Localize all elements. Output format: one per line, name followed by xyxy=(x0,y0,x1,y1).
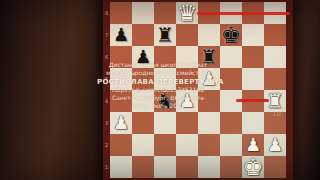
square-a3[interactable]: ♟ xyxy=(110,112,132,134)
square-h6[interactable] xyxy=(264,46,286,68)
piece-white-pawn-h2[interactable]: ♟ xyxy=(267,136,283,154)
square-g6[interactable] xyxy=(242,46,264,68)
square-c7[interactable]: ♜ xyxy=(154,24,176,46)
square-b7[interactable] xyxy=(132,24,154,46)
rank-label-6: 6 xyxy=(104,54,109,60)
square-c5[interactable] xyxy=(154,68,176,90)
square-h1[interactable] xyxy=(264,156,286,178)
red-arrow-f4-to-h4 xyxy=(236,99,269,102)
square-f2[interactable] xyxy=(220,134,242,156)
square-f5[interactable] xyxy=(220,68,242,90)
rank-label-7: 7 xyxy=(104,32,109,38)
square-e4[interactable] xyxy=(198,90,220,112)
square-e7[interactable] xyxy=(198,24,220,46)
square-c2[interactable] xyxy=(154,134,176,156)
rank-label-5: 5 xyxy=(104,76,109,82)
square-a6[interactable] xyxy=(110,46,132,68)
square-d4[interactable]: ♟ xyxy=(176,90,198,112)
file-label-f: f xyxy=(220,179,242,180)
square-a2[interactable] xyxy=(110,134,132,156)
file-label-a: a xyxy=(110,179,132,180)
square-b1[interactable] xyxy=(132,156,154,178)
square-b8[interactable] xyxy=(132,2,154,24)
piece-white-pawn-e5[interactable]: ♟ xyxy=(201,70,217,88)
rank-label-3: 3 xyxy=(104,120,109,126)
square-g1[interactable]: ♚ xyxy=(242,156,264,178)
piece-black-pawn-b6[interactable]: ♟ xyxy=(135,48,151,66)
square-e3[interactable] xyxy=(198,112,220,134)
square-a1[interactable] xyxy=(110,156,132,178)
square-h2[interactable]: ♟ xyxy=(264,134,286,156)
square-d1[interactable] xyxy=(176,156,198,178)
file-label-d: d xyxy=(176,179,198,180)
piece-black-king-f7[interactable]: ♚ xyxy=(221,24,242,47)
piece-white-pawn-g2[interactable]: ♟ xyxy=(245,136,261,154)
square-d8[interactable]: ♛ xyxy=(176,2,198,24)
rank-label-4: 4 xyxy=(104,98,109,104)
piece-white-pawn-d4[interactable]: ♟ xyxy=(179,92,195,110)
square-c3[interactable] xyxy=(154,112,176,134)
square-e5[interactable]: ♟ xyxy=(198,68,220,90)
square-h3[interactable] xyxy=(264,112,286,134)
piece-black-pawn-a7[interactable]: ♟ xyxy=(113,26,129,44)
file-label-b: b xyxy=(132,179,154,180)
chess-board[interactable]: ♛♟♜♚♟♜♟♞♟♜♟♟♟♚ xyxy=(110,2,286,178)
piece-black-knight-c4[interactable]: ♞ xyxy=(156,91,175,112)
square-h7[interactable] xyxy=(264,24,286,46)
square-b5[interactable] xyxy=(132,68,154,90)
square-e6[interactable]: ♜ xyxy=(198,46,220,68)
square-e1[interactable] xyxy=(198,156,220,178)
square-d5[interactable] xyxy=(176,68,198,90)
screenshot-stage: ♛♟♜♚♟♜♟♞♟♜♟♟♟♚ 87654321abcdefgh Дистанци… xyxy=(0,0,320,180)
square-c6[interactable] xyxy=(154,46,176,68)
square-a4[interactable] xyxy=(110,90,132,112)
piece-black-rook-e6[interactable]: ♜ xyxy=(200,47,218,67)
square-c1[interactable] xyxy=(154,156,176,178)
square-f7[interactable]: ♚ xyxy=(220,24,242,46)
square-b2[interactable] xyxy=(132,134,154,156)
square-h5[interactable] xyxy=(264,68,286,90)
square-f6[interactable] xyxy=(220,46,242,68)
square-b4[interactable] xyxy=(132,90,154,112)
square-b6[interactable]: ♟ xyxy=(132,46,154,68)
file-label-h: h xyxy=(264,179,286,180)
square-e2[interactable] xyxy=(198,134,220,156)
square-g2[interactable]: ♟ xyxy=(242,134,264,156)
square-c4[interactable]: ♞ xyxy=(154,90,176,112)
rank-label-8: 8 xyxy=(104,10,109,16)
file-label-c: c xyxy=(154,179,176,180)
rank-label-2: 2 xyxy=(104,142,109,148)
square-d2[interactable] xyxy=(176,134,198,156)
square-c8[interactable] xyxy=(154,2,176,24)
square-g3[interactable] xyxy=(242,112,264,134)
square-b3[interactable] xyxy=(132,112,154,134)
red-arrow-d8-to-h8 xyxy=(197,12,290,15)
square-g7[interactable] xyxy=(242,24,264,46)
square-f3[interactable] xyxy=(220,112,242,134)
piece-black-rook-c7[interactable]: ♜ xyxy=(156,25,174,45)
rank-label-1: 1 xyxy=(104,164,109,170)
piece-white-pawn-a3[interactable]: ♟ xyxy=(113,114,129,132)
square-a5[interactable] xyxy=(110,68,132,90)
file-label-e: e xyxy=(198,179,220,180)
square-a7[interactable]: ♟ xyxy=(110,24,132,46)
square-g5[interactable] xyxy=(242,68,264,90)
square-d3[interactable] xyxy=(176,112,198,134)
square-a8[interactable] xyxy=(110,2,132,24)
square-d6[interactable] xyxy=(176,46,198,68)
square-d7[interactable] xyxy=(176,24,198,46)
piece-white-king-g1[interactable]: ♚ xyxy=(243,156,264,179)
file-label-g: g xyxy=(242,179,264,180)
piece-white-queen-d8[interactable]: ♛ xyxy=(177,2,198,25)
square-f1[interactable] xyxy=(220,156,242,178)
